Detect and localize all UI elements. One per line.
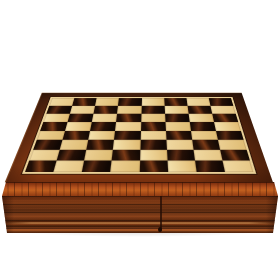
board-frame [4,92,272,182]
square-d8[interactable] [118,98,141,105]
square-b7[interactable] [70,105,95,113]
square-e6[interactable] [140,113,164,121]
chessboard-photo [0,0,280,280]
square-e1[interactable] [139,160,168,171]
square-h2[interactable] [220,150,250,161]
box-clasp-seam [160,196,162,231]
square-b5[interactable] [65,122,92,131]
square-d4[interactable] [114,130,140,139]
board-perspective-wrapper [0,0,280,280]
floor-shadow [14,231,266,237]
square-f2[interactable] [166,150,194,161]
square-g2[interactable] [193,150,222,161]
square-e5[interactable] [140,122,165,131]
square-a7[interactable] [46,105,72,113]
square-a3[interactable] [33,140,63,150]
square-h8[interactable] [208,98,233,105]
square-a2[interactable] [29,150,60,161]
square-f4[interactable] [165,130,191,139]
square-d6[interactable] [116,113,141,121]
box-lid-gap-line [4,222,276,224]
board-inner-maple-border [21,97,255,174]
square-h7[interactable] [210,105,235,113]
square-c1[interactable] [82,160,112,171]
square-g1[interactable] [194,160,224,171]
square-f6[interactable] [164,113,189,121]
square-c5[interactable] [90,122,116,131]
square-a8[interactable] [49,98,74,105]
square-b3[interactable] [59,140,88,150]
square-a4[interactable] [36,130,65,139]
square-f8[interactable] [163,98,186,105]
square-e7[interactable] [141,105,165,113]
square-c7[interactable] [93,105,118,113]
square-c2[interactable] [84,150,113,161]
square-c4[interactable] [88,130,115,139]
square-g4[interactable] [190,130,217,139]
square-f5[interactable] [165,122,191,131]
square-h5[interactable] [213,122,240,131]
square-b6[interactable] [67,113,93,121]
square-g6[interactable] [188,113,213,121]
square-b1[interactable] [53,160,84,171]
square-e4[interactable] [140,130,166,139]
square-a5[interactable] [40,122,68,131]
square-d7[interactable] [117,105,141,113]
storage-box-front [0,196,280,233]
square-g5[interactable] [189,122,215,131]
square-f7[interactable] [164,105,188,113]
square-g7[interactable] [187,105,212,113]
square-d2[interactable] [111,150,139,161]
square-c8[interactable] [95,98,119,105]
square-b2[interactable] [56,150,86,161]
square-d3[interactable] [113,140,140,150]
board-front-bevel [0,182,280,196]
square-a1[interactable] [24,160,56,171]
square-d1[interactable] [110,160,139,171]
square-a6[interactable] [43,113,70,121]
square-g8[interactable] [186,98,210,105]
square-d5[interactable] [115,122,140,131]
square-h6[interactable] [212,113,238,121]
square-c6[interactable] [92,113,117,121]
square-e3[interactable] [139,140,166,150]
square-g3[interactable] [191,140,219,150]
square-e8[interactable] [141,98,164,105]
square-h3[interactable] [217,140,246,150]
square-e2[interactable] [139,150,167,161]
square-b8[interactable] [72,98,96,105]
square-f1[interactable] [167,160,196,171]
square-h4[interactable] [215,130,243,139]
square-f3[interactable] [166,140,193,150]
square-h1[interactable] [222,160,253,171]
square-b4[interactable] [62,130,90,139]
square-c3[interactable] [86,140,114,150]
board-grid [24,98,252,172]
